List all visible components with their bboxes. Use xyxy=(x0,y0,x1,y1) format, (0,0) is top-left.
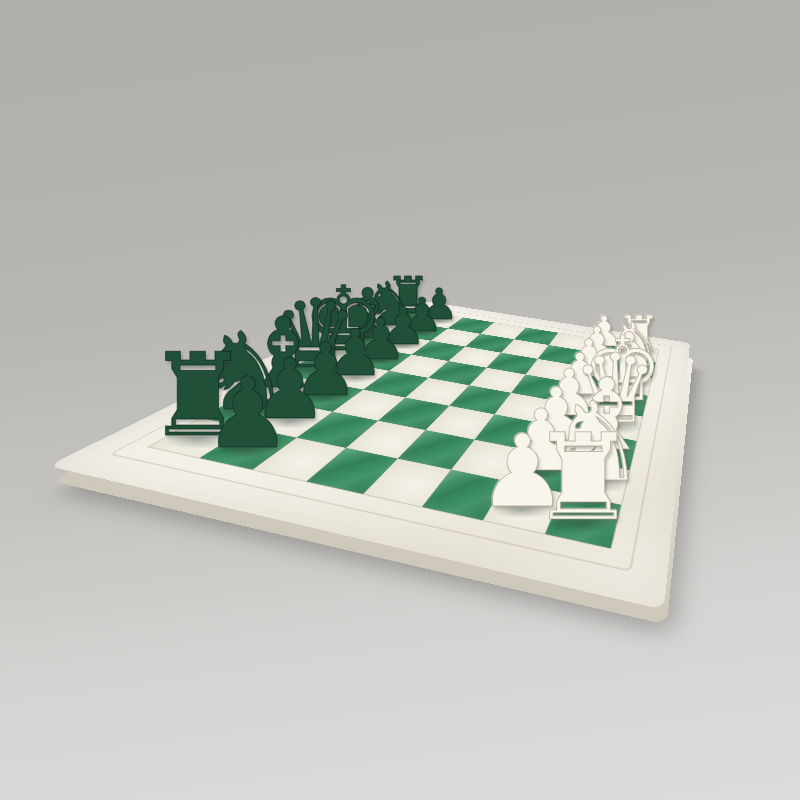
chess-set-photo-scene: ♜♞♝♛♚♝♞♜♟♟♟♟♟♟♟♟♟♟♟♟♟♟♟♟♜♞♝♛♚♝♞♜ xyxy=(0,0,800,800)
